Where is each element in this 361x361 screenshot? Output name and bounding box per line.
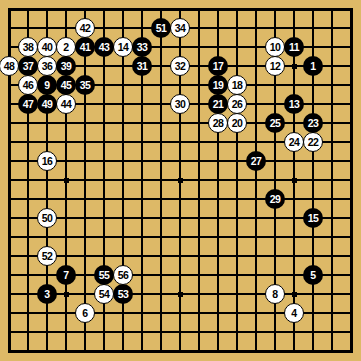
go-stone-white-28[interactable]: 28 (208, 113, 228, 133)
go-stone-white-38[interactable]: 38 (18, 37, 38, 57)
stone-move-number: 52 (42, 251, 53, 262)
stone-move-number: 26 (232, 99, 243, 110)
go-stone-black-37[interactable]: 37 (18, 56, 38, 76)
grid-line-horizontal (8, 236, 353, 238)
go-stone-black-47[interactable]: 47 (18, 94, 38, 114)
board-border-line-vertical (350, 8, 353, 353)
stone-move-number: 27 (251, 156, 262, 167)
stone-move-number: 35 (80, 80, 91, 91)
go-stone-black-23[interactable]: 23 (303, 113, 323, 133)
go-stone-white-34[interactable]: 34 (170, 18, 190, 38)
grid-line-vertical (331, 8, 333, 353)
go-stone-white-8[interactable]: 8 (265, 284, 285, 304)
stone-move-number: 21 (213, 99, 224, 110)
stone-move-number: 30 (175, 99, 186, 110)
go-stone-black-9[interactable]: 9 (37, 75, 57, 95)
stone-move-number: 22 (308, 137, 319, 148)
go-stone-white-26[interactable]: 26 (227, 94, 247, 114)
stone-move-number: 41 (80, 42, 91, 53)
stone-move-number: 54 (99, 289, 110, 300)
stone-move-number: 50 (42, 213, 53, 224)
go-stone-black-11[interactable]: 11 (284, 37, 304, 57)
stone-move-number: 33 (137, 42, 148, 53)
stone-move-number: 4 (291, 308, 296, 319)
go-stone-black-21[interactable]: 21 (208, 94, 228, 114)
stone-move-number: 12 (270, 61, 281, 72)
stone-move-number: 46 (23, 80, 34, 91)
go-stone-white-4[interactable]: 4 (284, 303, 304, 323)
stone-move-number: 31 (137, 61, 148, 72)
go-stone-white-14[interactable]: 14 (113, 37, 133, 57)
go-stone-white-12[interactable]: 12 (265, 56, 285, 76)
go-stone-white-22[interactable]: 22 (303, 132, 323, 152)
hoshi-point (292, 178, 297, 183)
stone-move-number: 51 (156, 23, 167, 34)
hoshi-point (178, 292, 183, 297)
stone-move-number: 8 (272, 289, 277, 300)
stone-move-number: 14 (118, 42, 129, 53)
go-stone-white-54[interactable]: 54 (94, 284, 114, 304)
go-stone-black-17[interactable]: 17 (208, 56, 228, 76)
go-stone-white-30[interactable]: 30 (170, 94, 190, 114)
go-stone-white-6[interactable]: 6 (75, 303, 95, 323)
go-stone-white-2[interactable]: 2 (56, 37, 76, 57)
stone-move-number: 17 (213, 61, 224, 72)
go-stone-black-45[interactable]: 45 (56, 75, 76, 95)
stone-move-number: 7 (63, 270, 68, 281)
go-stone-white-56[interactable]: 56 (113, 265, 133, 285)
go-stone-white-50[interactable]: 50 (37, 208, 57, 228)
stone-move-number: 53 (118, 289, 129, 300)
go-stone-black-51[interactable]: 51 (151, 18, 171, 38)
stone-move-number: 10 (270, 42, 281, 53)
go-stone-white-32[interactable]: 32 (170, 56, 190, 76)
stone-move-number: 40 (42, 42, 53, 53)
go-stone-black-35[interactable]: 35 (75, 75, 95, 95)
go-stone-black-43[interactable]: 43 (94, 37, 114, 57)
go-stone-black-29[interactable]: 29 (265, 189, 285, 209)
grid-line-vertical (255, 8, 257, 353)
go-stone-white-10[interactable]: 10 (265, 37, 285, 57)
go-stone-black-5[interactable]: 5 (303, 265, 323, 285)
stone-move-number: 34 (175, 23, 186, 34)
hoshi-point (292, 292, 297, 297)
go-stone-black-41[interactable]: 41 (75, 37, 95, 57)
go-stone-white-46[interactable]: 46 (18, 75, 38, 95)
go-stone-black-33[interactable]: 33 (132, 37, 152, 57)
stone-move-number: 42 (80, 23, 91, 34)
stone-move-number: 23 (308, 118, 319, 129)
go-stone-black-39[interactable]: 39 (56, 56, 76, 76)
go-stone-black-19[interactable]: 19 (208, 75, 228, 95)
stone-move-number: 19 (213, 80, 224, 91)
stone-move-number: 56 (118, 270, 129, 281)
stone-move-number: 36 (42, 61, 53, 72)
stone-move-number: 9 (44, 80, 49, 91)
stone-move-number: 16 (42, 156, 53, 167)
go-stone-black-31[interactable]: 31 (132, 56, 152, 76)
hoshi-point (64, 292, 69, 297)
grid-line-horizontal (8, 331, 353, 333)
hoshi-point (178, 178, 183, 183)
go-board[interactable]: 1234567891011121314151617181920212223242… (0, 0, 361, 361)
go-stone-black-7[interactable]: 7 (56, 265, 76, 285)
stone-move-number: 2 (63, 42, 68, 53)
stone-move-number: 32 (175, 61, 186, 72)
go-stone-white-52[interactable]: 52 (37, 246, 57, 266)
hoshi-point (64, 178, 69, 183)
grid-line-vertical (236, 8, 238, 353)
go-stone-black-53[interactable]: 53 (113, 284, 133, 304)
go-stone-black-3[interactable]: 3 (37, 284, 57, 304)
grid-line-horizontal (8, 217, 353, 219)
go-stone-black-55[interactable]: 55 (94, 265, 114, 285)
stone-move-number: 11 (289, 42, 299, 53)
go-stone-black-13[interactable]: 13 (284, 94, 304, 114)
go-stone-white-42[interactable]: 42 (75, 18, 95, 38)
stone-move-number: 3 (44, 289, 49, 300)
stone-move-number: 20 (232, 118, 243, 129)
stone-move-number: 1 (310, 61, 315, 72)
stone-move-number: 24 (289, 137, 300, 148)
grid-line-horizontal (8, 255, 353, 257)
stone-move-number: 38 (23, 42, 34, 53)
stone-move-number: 44 (61, 99, 72, 110)
stone-move-number: 39 (61, 61, 72, 72)
grid-line-horizontal (8, 198, 353, 200)
stone-move-number: 55 (99, 270, 110, 281)
stone-move-number: 6 (82, 308, 87, 319)
go-stone-white-18[interactable]: 18 (227, 75, 247, 95)
go-stone-black-27[interactable]: 27 (246, 151, 266, 171)
stone-move-number: 37 (23, 61, 34, 72)
go-stone-white-24[interactable]: 24 (284, 132, 304, 152)
go-stone-black-49[interactable]: 49 (37, 94, 57, 114)
go-stone-white-40[interactable]: 40 (37, 37, 57, 57)
go-stone-white-36[interactable]: 36 (37, 56, 57, 76)
stone-move-number: 48 (4, 61, 15, 72)
stone-move-number: 5 (310, 270, 315, 281)
go-stone-white-16[interactable]: 16 (37, 151, 57, 171)
stone-move-number: 47 (23, 99, 34, 110)
go-stone-white-44[interactable]: 44 (56, 94, 76, 114)
stone-move-number: 45 (61, 80, 72, 91)
stone-move-number: 43 (99, 42, 110, 53)
go-stone-black-1[interactable]: 1 (303, 56, 323, 76)
stone-move-number: 25 (270, 118, 281, 129)
go-stone-black-25[interactable]: 25 (265, 113, 285, 133)
stone-move-number: 18 (232, 80, 243, 91)
go-stone-white-48[interactable]: 48 (0, 56, 19, 76)
grid-line-vertical (198, 8, 200, 353)
stone-move-number: 13 (289, 99, 300, 110)
hoshi-point (292, 64, 297, 69)
stone-move-number: 29 (270, 194, 281, 205)
board-border-line-horizontal (8, 350, 353, 353)
stone-move-number: 28 (213, 118, 224, 129)
stone-move-number: 49 (42, 99, 53, 110)
go-stone-black-15[interactable]: 15 (303, 208, 323, 228)
go-stone-white-20[interactable]: 20 (227, 113, 247, 133)
stone-move-number: 15 (308, 213, 319, 224)
